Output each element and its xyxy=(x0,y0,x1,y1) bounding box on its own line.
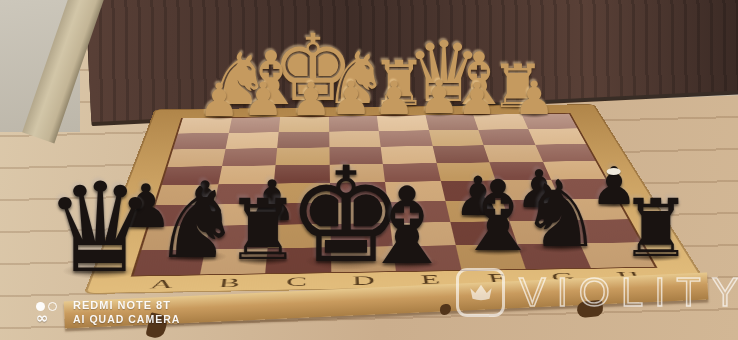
white-pawn-offboard: ♟ xyxy=(513,78,554,119)
black-rook-h1: ♜ xyxy=(620,193,692,265)
white-pawn-offboard: ♟ xyxy=(290,79,331,120)
white-cap xyxy=(607,168,621,175)
photo-scene: ABCDEFGH ♚♞♛♞♝♝♜♜♟♟♟♟♟♟♟♟♟♟♟♟♟♟♞♝♜♞♜♚♝♛ … xyxy=(0,0,738,340)
violity-watermark: VIOLITY xyxy=(456,268,738,317)
black-queen-a1: ♛ xyxy=(44,173,155,285)
black-bishop-e1: ♝ xyxy=(359,179,454,274)
white-pawn-offboard: ♟ xyxy=(330,78,371,119)
redmi-ai-logo-icon: ∞ xyxy=(36,302,57,323)
white-pawn-offboard: ♟ xyxy=(373,78,414,119)
white-pawn-offboard: ♟ xyxy=(418,77,459,118)
crown-icon xyxy=(456,268,505,317)
white-pawn-offboard: ♟ xyxy=(242,79,283,120)
camera-watermark-line2: AI QUAD CAMERA xyxy=(73,313,180,325)
camera-watermark-text: REDMI NOTE 8T AI QUAD CAMERA xyxy=(73,299,180,325)
white-pawn-offboard: ♟ xyxy=(457,79,496,119)
camera-watermark: ∞ REDMI NOTE 8T AI QUAD CAMERA xyxy=(36,299,180,325)
camera-watermark-line1: REDMI NOTE 8T xyxy=(73,299,180,311)
black-bishop-f1: ♝ xyxy=(454,172,542,260)
violity-watermark-text: VIOLITY xyxy=(519,270,738,315)
white-pawn-offboard: ♟ xyxy=(198,80,239,121)
